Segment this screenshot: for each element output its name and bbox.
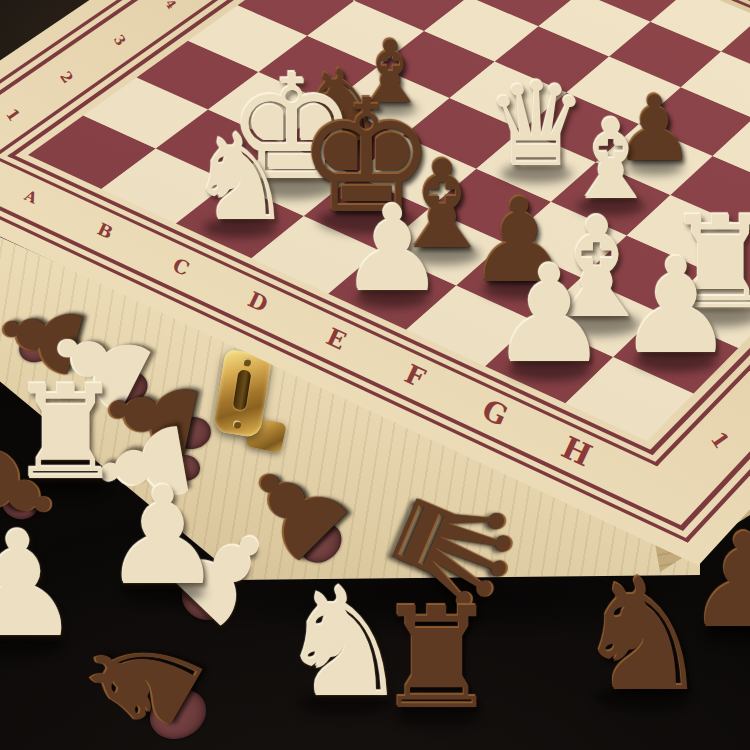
piece-white-pawn: ♟	[0, 512, 83, 657]
piece-white-pawn: ♟	[102, 469, 223, 604]
piece-white-knight-c1: ♞	[187, 119, 294, 238]
piece-dark-knight: ♞	[574, 558, 713, 713]
piece-white-pawn-g1: ♟	[490, 248, 610, 382]
pieces-layer: ♞♚♟♛♝♟♝♟♜♞♝♚♝♟♟♟♟♜♟♟♟♟♟♟♟♛♞♞♜♞♟	[0, 0, 750, 750]
piece-white-pawn-e1: ♟	[340, 190, 446, 308]
piece-dark-rook: ♜	[374, 589, 500, 729]
piece-white-pawn-h2: ♟	[617, 240, 735, 372]
chess-set-photo: ABCDEFGH1122334455667788 ♞♚♟♛♝♟♝♟♜♞♝♚♝♟♟…	[0, 0, 750, 750]
